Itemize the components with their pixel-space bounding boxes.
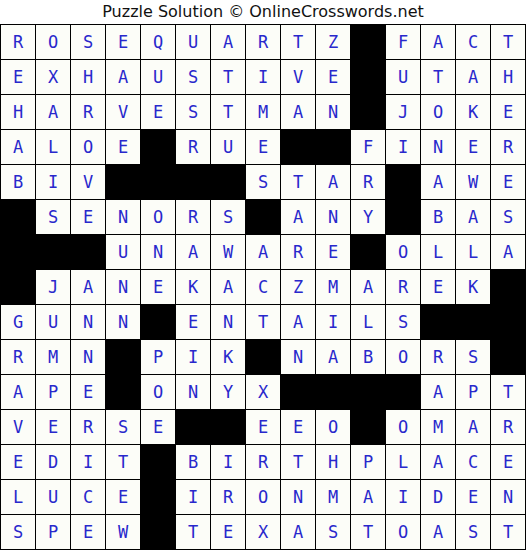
crossword-grid: ROSEQUARTZFACTEXHAUSTIVEUTAHHARVESTMANJO… (0, 24, 526, 550)
grid-cell: A (281, 305, 315, 339)
block-cell (36, 235, 70, 269)
grid-cell: P (351, 445, 385, 479)
grid-cell: R (176, 200, 210, 234)
block-cell (211, 165, 245, 199)
grid-cell: E (491, 95, 525, 129)
block-cell (246, 340, 280, 374)
grid-cell: N (491, 480, 525, 514)
grid-cell: A (176, 235, 210, 269)
grid-cell: C (456, 25, 490, 59)
block-cell (141, 305, 175, 339)
grid-cell: R (211, 480, 245, 514)
grid-cell: P (456, 375, 490, 409)
grid-cell: A (106, 60, 140, 94)
grid-cell: T (211, 60, 245, 94)
grid-cell: U (141, 60, 175, 94)
grid-cell: S (71, 25, 105, 59)
block-cell (351, 375, 385, 409)
grid-cell: A (211, 25, 245, 59)
grid-cell: N (316, 95, 350, 129)
block-cell (141, 515, 175, 549)
grid-cell: U (106, 235, 140, 269)
block-cell (281, 375, 315, 409)
grid-cell: N (281, 480, 315, 514)
grid-cell: O (386, 410, 420, 444)
grid-cell: B (1, 165, 35, 199)
grid-cell: E (246, 130, 280, 164)
grid-cell: U (211, 130, 245, 164)
grid-cell: Y (351, 200, 385, 234)
grid-cell: R (71, 410, 105, 444)
grid-cell: O (36, 25, 70, 59)
grid-cell: T (351, 515, 385, 549)
grid-cell: S (246, 165, 280, 199)
grid-cell: O (386, 515, 420, 549)
grid-cell: S (1, 515, 35, 549)
block-cell (386, 375, 420, 409)
grid-cell: R (176, 130, 210, 164)
grid-cell: C (246, 270, 280, 304)
grid-cell: O (386, 340, 420, 374)
block-cell (141, 165, 175, 199)
grid-cell: T (491, 25, 525, 59)
grid-cell: N (106, 305, 140, 339)
grid-cell: E (1, 445, 35, 479)
grid-cell: W (456, 165, 490, 199)
grid-cell: B (421, 200, 455, 234)
grid-cell: S (456, 515, 490, 549)
grid-cell: R (1, 25, 35, 59)
grid-cell: I (71, 445, 105, 479)
grid-cell: B (176, 445, 210, 479)
block-cell (386, 165, 420, 199)
grid-cell: R (491, 130, 525, 164)
grid-cell: X (246, 515, 280, 549)
grid-cell: V (1, 410, 35, 444)
block-cell (141, 445, 175, 479)
grid-cell: N (316, 200, 350, 234)
grid-cell: E (106, 25, 140, 59)
block-cell (106, 165, 140, 199)
grid-cell: E (456, 130, 490, 164)
grid-cell: M (421, 410, 455, 444)
grid-cell: A (281, 95, 315, 129)
grid-cell: D (421, 480, 455, 514)
grid-cell: A (1, 130, 35, 164)
grid-cell: M (36, 340, 70, 374)
grid-cell: A (71, 270, 105, 304)
grid-cell: J (36, 270, 70, 304)
block-cell (176, 165, 210, 199)
grid-cell: E (141, 410, 175, 444)
grid-cell: E (141, 95, 175, 129)
grid-cell: N (71, 305, 105, 339)
grid-cell: A (351, 480, 385, 514)
block-cell (141, 130, 175, 164)
grid-cell: B (351, 340, 385, 374)
grid-cell: U (36, 480, 70, 514)
grid-cell: A (36, 95, 70, 129)
grid-cell: A (281, 200, 315, 234)
grid-cell: A (211, 270, 245, 304)
grid-cell: E (211, 515, 245, 549)
grid-cell: A (421, 165, 455, 199)
block-cell (351, 60, 385, 94)
grid-cell: E (316, 60, 350, 94)
grid-cell: E (71, 375, 105, 409)
grid-cell: A (281, 515, 315, 549)
grid-cell: I (211, 445, 245, 479)
grid-cell: E (176, 305, 210, 339)
grid-cell: L (386, 445, 420, 479)
grid-cell: E (71, 200, 105, 234)
grid-cell: A (421, 515, 455, 549)
grid-cell: F (386, 25, 420, 59)
grid-cell: C (456, 445, 490, 479)
grid-cell: K (456, 270, 490, 304)
grid-cell: L (421, 235, 455, 269)
grid-cell: S (316, 515, 350, 549)
grid-cell: U (386, 60, 420, 94)
grid-cell: E (246, 410, 280, 444)
grid-cell: S (106, 410, 140, 444)
grid-cell: R (421, 340, 455, 374)
grid-cell: N (421, 130, 455, 164)
grid-cell: E (36, 410, 70, 444)
grid-cell: V (71, 165, 105, 199)
block-cell (316, 130, 350, 164)
grid-cell: H (71, 60, 105, 94)
grid-cell: R (386, 270, 420, 304)
grid-cell: A (456, 410, 490, 444)
grid-cell: T (246, 305, 280, 339)
grid-cell: E (106, 130, 140, 164)
block-cell (71, 235, 105, 269)
grid-cell: H (491, 60, 525, 94)
grid-cell: S (176, 60, 210, 94)
grid-cell: A (351, 270, 385, 304)
block-cell (491, 305, 525, 339)
grid-cell: L (456, 235, 490, 269)
grid-cell: I (36, 165, 70, 199)
grid-cell: E (491, 445, 525, 479)
grid-cell: T (281, 165, 315, 199)
grid-cell: S (456, 340, 490, 374)
grid-cell: M (246, 95, 280, 129)
grid-cell: N (106, 270, 140, 304)
block-cell (491, 270, 525, 304)
block-cell (421, 305, 455, 339)
grid-cell: M (316, 480, 350, 514)
block-cell (351, 410, 385, 444)
block-cell (1, 235, 35, 269)
grid-cell: S (211, 200, 245, 234)
grid-cell: I (316, 305, 350, 339)
grid-cell: E (421, 270, 455, 304)
grid-cell: C (71, 480, 105, 514)
block-cell (106, 375, 140, 409)
block-cell (351, 25, 385, 59)
block-cell (141, 480, 175, 514)
grid-cell: I (176, 340, 210, 374)
grid-cell: R (246, 25, 280, 59)
grid-cell: E (71, 515, 105, 549)
grid-cell: I (386, 130, 420, 164)
grid-cell: G (1, 305, 35, 339)
grid-cell: W (106, 515, 140, 549)
block-cell (211, 410, 245, 444)
grid-cell: X (246, 375, 280, 409)
grid-cell: T (176, 515, 210, 549)
grid-cell: E (491, 165, 525, 199)
grid-cell: R (71, 95, 105, 129)
grid-cell: E (281, 410, 315, 444)
grid-cell: E (1, 60, 35, 94)
grid-cell: W (211, 235, 245, 269)
grid-cell: N (106, 200, 140, 234)
grid-cell: A (421, 25, 455, 59)
grid-cell: A (1, 375, 35, 409)
grid-cell: E (316, 235, 350, 269)
grid-cell: K (456, 95, 490, 129)
grid-cell: X (36, 60, 70, 94)
grid-cell: E (141, 270, 175, 304)
grid-cell: A (421, 375, 455, 409)
grid-cell: H (316, 445, 350, 479)
grid-cell: T (281, 25, 315, 59)
grid-cell: R (351, 165, 385, 199)
grid-cell: O (316, 410, 350, 444)
grid-cell: S (176, 95, 210, 129)
grid-cell: O (386, 235, 420, 269)
grid-cell: N (211, 305, 245, 339)
grid-cell: Y (211, 375, 245, 409)
grid-cell: T (106, 445, 140, 479)
grid-cell: R (246, 445, 280, 479)
grid-cell: I (386, 480, 420, 514)
grid-cell: S (386, 305, 420, 339)
grid-cell: L (1, 480, 35, 514)
grid-cell: T (211, 95, 245, 129)
grid-cell: I (176, 480, 210, 514)
grid-cell: A (316, 340, 350, 374)
block-cell (316, 375, 350, 409)
grid-cell: D (36, 445, 70, 479)
grid-cell: M (316, 270, 350, 304)
block-cell (106, 340, 140, 374)
block-cell (456, 305, 490, 339)
grid-cell: T (491, 515, 525, 549)
grid-cell: N (281, 340, 315, 374)
block-cell (386, 200, 420, 234)
grid-cell: A (456, 60, 490, 94)
grid-cell: A (246, 235, 280, 269)
grid-cell: R (1, 340, 35, 374)
grid-cell: T (281, 445, 315, 479)
block-cell (1, 270, 35, 304)
grid-cell: V (106, 95, 140, 129)
grid-cell: A (491, 235, 525, 269)
grid-cell: U (176, 25, 210, 59)
grid-cell: N (141, 235, 175, 269)
grid-cell: Z (281, 270, 315, 304)
grid-cell: I (246, 60, 280, 94)
grid-cell: R (281, 235, 315, 269)
grid-cell: Z (316, 25, 350, 59)
grid-cell: V (281, 60, 315, 94)
grid-cell: L (36, 130, 70, 164)
grid-cell: S (36, 200, 70, 234)
grid-cell: F (351, 130, 385, 164)
grid-cell: P (36, 515, 70, 549)
block-cell (351, 235, 385, 269)
block-cell (281, 130, 315, 164)
grid-cell: P (36, 375, 70, 409)
grid-cell: J (386, 95, 420, 129)
grid-cell: S (491, 200, 525, 234)
grid-cell: K (211, 340, 245, 374)
grid-cell: E (106, 480, 140, 514)
grid-cell: Q (141, 25, 175, 59)
grid-cell: U (36, 305, 70, 339)
grid-cell: R (491, 410, 525, 444)
block-cell (176, 410, 210, 444)
grid-cell: A (456, 200, 490, 234)
grid-cell: E (456, 480, 490, 514)
block-cell (1, 200, 35, 234)
grid-cell: O (246, 480, 280, 514)
grid-cell: A (421, 445, 455, 479)
grid-cell: H (1, 95, 35, 129)
grid-cell: K (176, 270, 210, 304)
block-cell (246, 200, 280, 234)
page-title: Puzzle Solution © OnlineCrosswords.net (0, 0, 526, 24)
grid-cell: L (351, 305, 385, 339)
block-cell (351, 95, 385, 129)
grid-cell: O (141, 200, 175, 234)
grid-cell: T (421, 60, 455, 94)
grid-cell: O (141, 375, 175, 409)
grid-cell: N (176, 375, 210, 409)
block-cell (491, 340, 525, 374)
grid-cell: N (71, 340, 105, 374)
grid-cell: O (421, 95, 455, 129)
grid-cell: A (316, 165, 350, 199)
grid-cell: P (141, 340, 175, 374)
grid-cell: T (491, 375, 525, 409)
page: Puzzle Solution © OnlineCrosswords.net R… (0, 0, 526, 551)
grid-cell: O (71, 130, 105, 164)
